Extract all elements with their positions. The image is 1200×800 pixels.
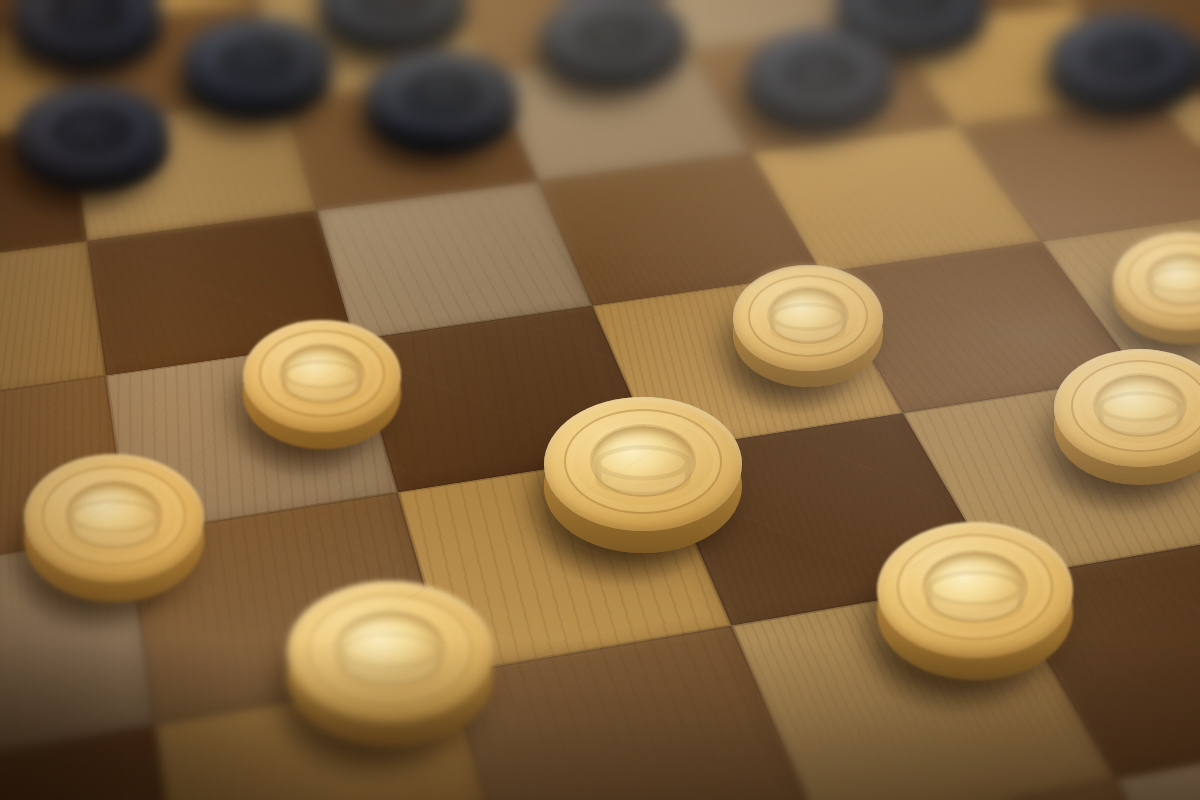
checker-piece-black[interactable]: ⛂ [319, 0, 467, 43]
checker-piece-white[interactable]: ⛀ [243, 320, 401, 432]
checker-piece-black[interactable]: ⛂ [540, 0, 686, 79]
checker-glyph: ⛂ [183, 29, 333, 96]
checker-piece-black[interactable]: ⛂ [12, 0, 162, 60]
checker-glyph: ⛀ [1054, 364, 1200, 451]
checker-glyph: ⛂ [540, 4, 686, 68]
checker-piece-black[interactable]: ⛂ [1049, 13, 1200, 103]
checker-piece-white[interactable]: ⛀ [1054, 349, 1200, 467]
checker-glyph: ⛀ [544, 414, 742, 513]
pieces-layer: ⛂⛂⛂⛂⛂⛂⛂⛂⛂⛀⛀⛀⛀⛀⛀⛀⛀ [0, 0, 1200, 800]
checker-piece-black[interactable]: ⛂ [746, 29, 894, 119]
checker-piece-white[interactable]: ⛀ [733, 265, 883, 371]
checker-piece-white[interactable]: ⛀ [24, 454, 204, 582]
checker-glyph: ⛂ [319, 0, 467, 32]
checker-piece-black[interactable]: ⛂ [183, 17, 333, 107]
checker-piece-black[interactable]: ⛂ [15, 85, 169, 179]
checker-glyph: ⛀ [733, 279, 883, 357]
checker-piece-white[interactable]: ⛀ [544, 397, 742, 531]
checker-piece-white[interactable]: ⛀ [1113, 232, 1200, 330]
checker-piece-black[interactable]: ⛂ [366, 50, 518, 142]
checker-piece-white[interactable]: ⛀ [877, 522, 1073, 658]
checker-glyph: ⛂ [746, 41, 894, 108]
checker-piece-white[interactable]: ⛀ [287, 581, 493, 723]
checker-glyph: ⛀ [287, 599, 493, 704]
checker-glyph: ⛀ [24, 471, 204, 566]
checker-glyph: ⛂ [1049, 25, 1200, 92]
checker-glyph: ⛀ [243, 335, 401, 418]
checker-glyph: ⛂ [366, 62, 518, 130]
checker-glyph: ⛂ [12, 0, 162, 49]
checkers-photo-scene: ⛂⛂⛂⛂⛂⛂⛂⛂⛂⛀⛀⛀⛀⛀⛀⛀⛀ [0, 0, 1200, 800]
checker-glyph: ⛀ [1113, 245, 1200, 318]
checker-glyph: ⛀ [877, 540, 1073, 641]
checker-glyph: ⛂ [15, 97, 169, 167]
